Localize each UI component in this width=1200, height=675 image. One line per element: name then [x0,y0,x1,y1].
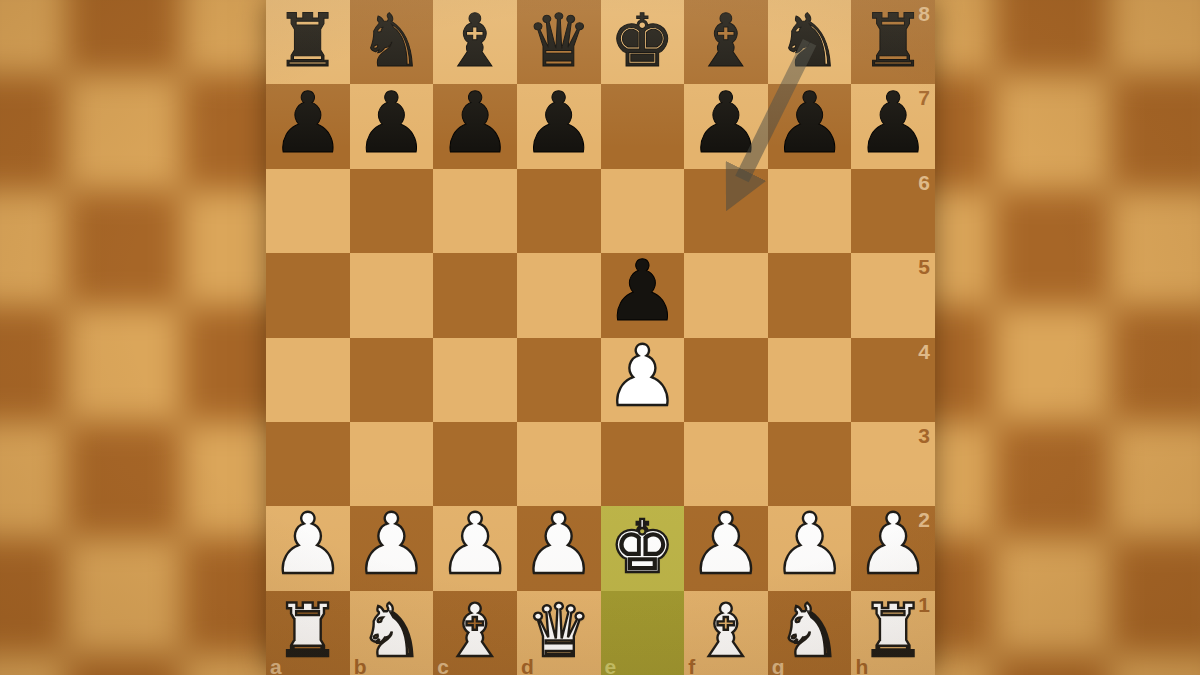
white-pawn-c2[interactable]: ♟ [437,502,512,586]
white-knight-g1[interactable]: ♞ [777,594,842,667]
white-pawn-g2[interactable]: ♟ [772,502,847,586]
square-a8[interactable]: ♜ [266,0,350,84]
square-d7[interactable]: ♟ [517,84,601,168]
black-pawn-a7[interactable]: ♟ [270,81,345,165]
square-g2[interactable]: ♟ [768,506,852,590]
black-knight-g8[interactable]: ♞ [777,4,842,77]
white-pawn-f2[interactable]: ♟ [688,502,763,586]
square-f1[interactable]: ♝f [684,591,768,675]
square-h3[interactable]: 3 [851,422,935,506]
square-e6[interactable] [601,169,685,253]
square-a3[interactable] [266,422,350,506]
square-g1[interactable]: ♞g [768,591,852,675]
black-pawn-e5[interactable]: ♟ [605,249,680,333]
square-e1[interactable]: e [601,591,685,675]
black-knight-b8[interactable]: ♞ [359,4,424,77]
square-f4[interactable] [684,338,768,422]
square-g4[interactable] [768,338,852,422]
square-g3[interactable] [768,422,852,506]
black-pawn-b7[interactable]: ♟ [354,81,429,165]
square-a1[interactable]: ♜a [266,591,350,675]
square-d4[interactable] [517,338,601,422]
square-c5[interactable] [433,253,517,337]
square-c3[interactable] [433,422,517,506]
black-pawn-g7[interactable]: ♟ [772,81,847,165]
square-b1[interactable]: ♞b [350,591,434,675]
white-pawn-b2[interactable]: ♟ [354,502,429,586]
white-rook-a1[interactable]: ♜ [275,594,340,667]
white-pawn-d2[interactable]: ♟ [521,502,596,586]
rank-label-3: 3 [918,424,930,448]
chess-board-screenshot: ♜♞♝♛♚♝♞♜8♟♟♟♟♟♟♟76♟5♟43♟♟♟♟♚♟♟♟2♜a♞b♝c♛d… [0,0,1200,675]
white-pawn-e4[interactable]: ♟ [605,334,680,418]
square-a6[interactable] [266,169,350,253]
white-queen-d1[interactable]: ♛ [526,594,591,667]
rank-label-6: 6 [918,171,930,195]
square-g7[interactable]: ♟ [768,84,852,168]
square-g6[interactable] [768,169,852,253]
black-rook-a8[interactable]: ♜ [275,4,340,77]
square-f3[interactable] [684,422,768,506]
black-pawn-d7[interactable]: ♟ [521,81,596,165]
square-h4[interactable]: 4 [851,338,935,422]
square-b8[interactable]: ♞ [350,0,434,84]
square-d3[interactable] [517,422,601,506]
square-f2[interactable]: ♟ [684,506,768,590]
square-h5[interactable]: 5 [851,253,935,337]
square-d2[interactable]: ♟ [517,506,601,590]
square-b7[interactable]: ♟ [350,84,434,168]
square-c1[interactable]: ♝c [433,591,517,675]
square-b5[interactable] [350,253,434,337]
square-f6[interactable] [684,169,768,253]
square-c7[interactable]: ♟ [433,84,517,168]
square-h2[interactable]: ♟2 [851,506,935,590]
square-e7[interactable] [601,84,685,168]
black-pawn-h7[interactable]: ♟ [856,81,931,165]
black-rook-h8[interactable]: ♜ [860,4,925,77]
square-c6[interactable] [433,169,517,253]
square-g8[interactable]: ♞ [768,0,852,84]
square-e2[interactable]: ♚ [601,506,685,590]
white-knight-b1[interactable]: ♞ [359,594,424,667]
square-c2[interactable]: ♟ [433,506,517,590]
black-bishop-f8[interactable]: ♝ [693,4,758,77]
white-king-e2[interactable]: ♚ [610,510,675,583]
square-b4[interactable] [350,338,434,422]
square-a2[interactable]: ♟ [266,506,350,590]
square-d1[interactable]: ♛d [517,591,601,675]
file-label-e: e [605,655,617,675]
white-bishop-c1[interactable]: ♝ [442,594,507,667]
square-h8[interactable]: ♜8 [851,0,935,84]
black-king-e8[interactable]: ♚ [610,4,675,77]
square-e3[interactable] [601,422,685,506]
white-bishop-f1[interactable]: ♝ [693,594,758,667]
black-bishop-c8[interactable]: ♝ [442,4,507,77]
square-c4[interactable] [433,338,517,422]
square-f8[interactable]: ♝ [684,0,768,84]
square-e5[interactable]: ♟ [601,253,685,337]
black-queen-d8[interactable]: ♛ [526,4,591,77]
square-g5[interactable] [768,253,852,337]
square-e4[interactable]: ♟ [601,338,685,422]
square-h6[interactable]: 6 [851,169,935,253]
rank-label-5: 5 [918,255,930,279]
black-pawn-c7[interactable]: ♟ [437,81,512,165]
square-h7[interactable]: ♟7 [851,84,935,168]
rank-label-4: 4 [918,340,930,364]
white-pawn-a2[interactable]: ♟ [270,502,345,586]
square-f7[interactable]: ♟ [684,84,768,168]
chess-board[interactable]: ♜♞♝♛♚♝♞♜8♟♟♟♟♟♟♟76♟5♟43♟♟♟♟♚♟♟♟2♜a♞b♝c♛d… [266,0,935,675]
white-rook-h1[interactable]: ♜ [860,594,925,667]
white-pawn-h2[interactable]: ♟ [856,502,931,586]
square-b6[interactable] [350,169,434,253]
square-b2[interactable]: ♟ [350,506,434,590]
square-a7[interactable]: ♟ [266,84,350,168]
square-e8[interactable]: ♚ [601,0,685,84]
square-a5[interactable] [266,253,350,337]
square-d6[interactable] [517,169,601,253]
square-f5[interactable] [684,253,768,337]
square-a4[interactable] [266,338,350,422]
square-h1[interactable]: ♜1h [851,591,935,675]
square-d5[interactable] [517,253,601,337]
square-b3[interactable] [350,422,434,506]
black-pawn-f7[interactable]: ♟ [688,81,763,165]
square-c8[interactable]: ♝ [433,0,517,84]
square-d8[interactable]: ♛ [517,0,601,84]
